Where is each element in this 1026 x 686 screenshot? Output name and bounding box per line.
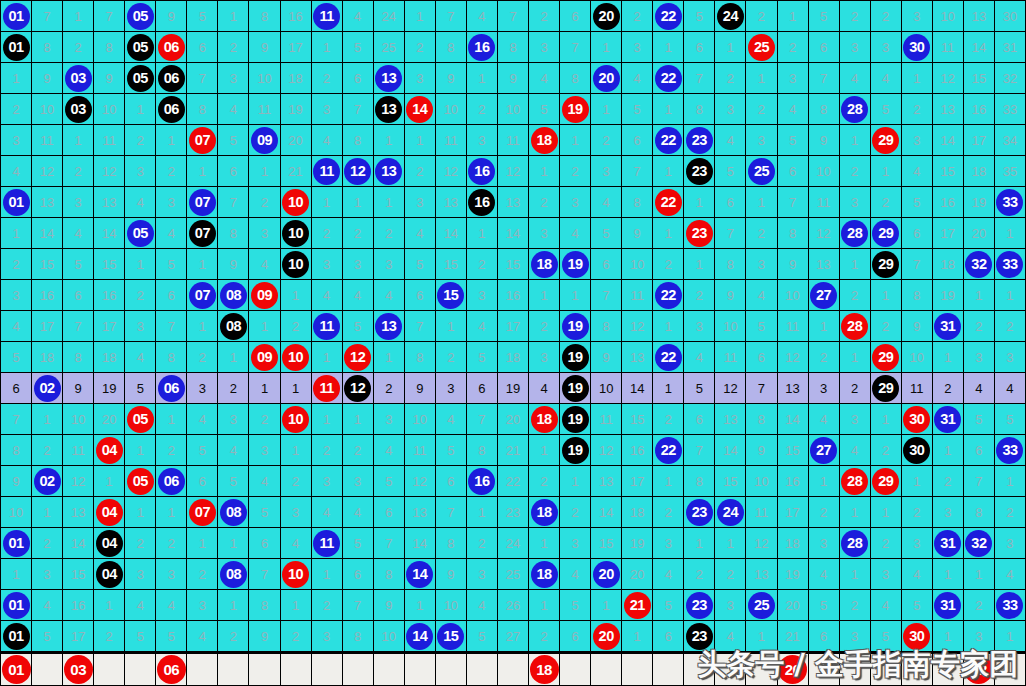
black-ball-24: 24 xyxy=(717,3,744,30)
cell-r14-c28: 3 xyxy=(840,404,871,435)
cell-r21-c12: 8 xyxy=(343,621,374,652)
blue-ball-28: 28 xyxy=(841,530,868,557)
red-ball-04: 04 xyxy=(96,437,123,464)
red-ball-19: 19 xyxy=(562,96,589,123)
cell-r8-c1: 1 xyxy=(1,218,32,249)
prediction-cell-c22 xyxy=(653,654,684,686)
blue-ball-18: 18 xyxy=(531,251,558,278)
cell-r12-c10: 10 xyxy=(281,342,312,373)
cell-r3-c12: 6 xyxy=(343,63,374,94)
prediction-cell-c4 xyxy=(94,654,125,686)
cell-r19-c17: 25 xyxy=(498,559,529,590)
cell-r14-c16: 7 xyxy=(467,404,498,435)
cell-r13-c25: 7 xyxy=(746,373,777,404)
cell-r17-c7: 07 xyxy=(187,497,218,528)
cell-r11-c11: 11 xyxy=(312,311,343,342)
draw-row-6: 4122123216121111213212161212371235256102… xyxy=(1,156,1026,187)
red-ball-28: 28 xyxy=(841,313,868,340)
cell-r8-c3: 4 xyxy=(63,218,94,249)
blue-ball-33: 33 xyxy=(996,189,1023,216)
cell-r12-c28: 1 xyxy=(840,342,871,373)
red-ball-12: 12 xyxy=(344,344,371,371)
cell-r19-c31: 1 xyxy=(933,559,964,590)
black-ball-06: 06 xyxy=(158,96,185,123)
cell-r2-c21: 3 xyxy=(622,32,653,63)
cell-r5-c31: 14 xyxy=(933,125,964,156)
cell-r20-c23: 23 xyxy=(684,590,715,621)
cell-r7-c11: 1 xyxy=(312,187,343,218)
cell-r15-c27: 27 xyxy=(809,435,840,466)
blue-ball-15: 15 xyxy=(437,623,464,650)
blue-ball-20: 20 xyxy=(593,561,620,588)
cell-r6-c24: 5 xyxy=(715,156,746,187)
cell-r10-c33: 1 xyxy=(995,280,1026,311)
cell-r18-c31: 31 xyxy=(933,528,964,559)
cell-r12-c30: 10 xyxy=(902,342,933,373)
cell-r1-c25: 2 xyxy=(746,1,777,32)
cell-r13-c11: 11 xyxy=(312,373,343,404)
cell-r1-c1: 01 xyxy=(1,1,32,32)
cell-r13-c10: 1 xyxy=(281,373,312,404)
cell-r1-c6: 9 xyxy=(156,1,187,32)
draw-row-4: 2100310106841119371314102105191518324828… xyxy=(1,94,1026,125)
cell-r12-c14: 8 xyxy=(405,342,436,373)
cell-r17-c4: 04 xyxy=(94,497,125,528)
cell-r12-c2: 18 xyxy=(32,342,63,373)
black-ball-19: 19 xyxy=(562,437,589,464)
cell-r10-c15: 15 xyxy=(436,280,467,311)
blue-ball-01: 01 xyxy=(3,189,30,216)
red-ball-25: 25 xyxy=(748,34,775,61)
cell-r17-c32: 8 xyxy=(964,497,995,528)
cell-r6-c30: 4 xyxy=(902,156,933,187)
cell-r19-c21: 20 xyxy=(622,559,653,590)
cell-r4-c19: 19 xyxy=(560,94,591,125)
cell-r2-c23: 6 xyxy=(684,32,715,63)
cell-r16-c3: 12 xyxy=(63,466,94,497)
cell-r18-c6: 2 xyxy=(156,528,187,559)
cell-r12-c24: 11 xyxy=(715,342,746,373)
cell-r15-c26: 15 xyxy=(778,435,809,466)
cell-r10-c3: 6 xyxy=(63,280,94,311)
cell-r18-c2: 2 xyxy=(32,528,63,559)
cell-r3-c29: 4 xyxy=(871,63,902,94)
cell-r18-c15: 8 xyxy=(436,528,467,559)
blue-ball-23: 23 xyxy=(686,127,713,154)
draw-row-20: 0141614431812791104261512152332520524531… xyxy=(1,590,1026,621)
cell-r7-c33: 33 xyxy=(995,187,1026,218)
cell-r18-c4: 04 xyxy=(94,528,125,559)
cell-r7-c9: 2 xyxy=(249,187,280,218)
cell-r12-c19: 19 xyxy=(560,342,591,373)
cell-r3-c23: 7 xyxy=(684,63,715,94)
lottery-trend-chart: 0171705951816114241747262022252421522310… xyxy=(0,0,1026,686)
cell-r11-c12: 5 xyxy=(343,311,374,342)
cell-r9-c22: 2 xyxy=(653,249,684,280)
cell-r17-c9: 5 xyxy=(249,497,280,528)
cell-r15-c7: 5 xyxy=(187,435,218,466)
prediction-cell-c1: 01 xyxy=(1,654,32,686)
cell-r7-c16: 16 xyxy=(467,187,498,218)
cell-r10-c9: 09 xyxy=(249,280,280,311)
cell-r10-c31: 19 xyxy=(933,280,964,311)
cell-r13-c19: 19 xyxy=(560,373,591,404)
cell-r12-c25: 6 xyxy=(746,342,777,373)
cell-r12-c16: 5 xyxy=(467,342,498,373)
cell-r2-c19: 7 xyxy=(560,32,591,63)
cell-r20-c29: 4 xyxy=(871,590,902,621)
cell-r5-c7: 07 xyxy=(187,125,218,156)
red-ball-06: 06 xyxy=(157,655,186,684)
cell-r6-c17: 12 xyxy=(498,156,529,187)
cell-r14-c7: 4 xyxy=(187,404,218,435)
cell-r1-c5: 05 xyxy=(125,1,156,32)
blue-ball-16: 16 xyxy=(468,34,495,61)
cell-r21-c5: 5 xyxy=(125,621,156,652)
draw-row-7: 0113313430772101113131613234822161711325… xyxy=(1,187,1026,218)
cell-r21-c6: 5 xyxy=(156,621,187,652)
cell-r5-c11: 4 xyxy=(312,125,343,156)
cell-r21-c2: 5 xyxy=(32,621,63,652)
cell-r5-c25: 3 xyxy=(746,125,777,156)
cell-r1-c17: 7 xyxy=(498,1,529,32)
cell-r21-c1: 01 xyxy=(1,621,32,652)
cell-r19-c12: 6 xyxy=(343,559,374,590)
cell-r9-c1: 2 xyxy=(1,249,32,280)
black-ball-04: 04 xyxy=(96,561,123,588)
blue-ball-18: 18 xyxy=(531,561,558,588)
blue-ball-31: 31 xyxy=(934,530,961,557)
cell-r9-c4: 15 xyxy=(94,249,125,280)
cell-r16-c19: 1 xyxy=(560,466,591,497)
cell-r7-c4: 13 xyxy=(94,187,125,218)
cell-r2-c24: 1 xyxy=(715,32,746,63)
cell-r4-c16: 2 xyxy=(467,94,498,125)
cell-r1-c27: 5 xyxy=(809,1,840,32)
cell-r8-c31: 17 xyxy=(933,218,964,249)
cell-r12-c13: 1 xyxy=(374,342,405,373)
cell-r13-c13: 2 xyxy=(374,373,405,404)
cell-r2-c33: 31 xyxy=(995,32,1026,63)
cell-r3-c5: 05 xyxy=(125,63,156,94)
cell-r12-c9: 09 xyxy=(249,342,280,373)
red-ball-21: 21 xyxy=(624,592,651,619)
cell-r10-c30: 8 xyxy=(902,280,933,311)
cell-r11-c19: 19 xyxy=(560,311,591,342)
cell-r10-c21: 11 xyxy=(622,280,653,311)
cell-r15-c23: 7 xyxy=(684,435,715,466)
cell-r9-c18: 18 xyxy=(529,249,560,280)
prediction-cell-c9 xyxy=(249,654,280,686)
black-ball-12: 12 xyxy=(344,375,371,402)
cell-r19-c4: 04 xyxy=(94,559,125,590)
blue-ball-32: 32 xyxy=(965,251,992,278)
cell-r9-c14: 5 xyxy=(405,249,436,280)
blue-ball-23: 23 xyxy=(686,499,713,526)
cell-r11-c28: 28 xyxy=(840,311,871,342)
cell-r4-c26: 4 xyxy=(778,94,809,125)
prediction-cell-c17 xyxy=(498,654,529,686)
cell-r21-c19: 6 xyxy=(560,621,591,652)
cell-r19-c5: 3 xyxy=(125,559,156,590)
cell-r14-c30: 30 xyxy=(902,404,933,435)
cell-r8-c24: 7 xyxy=(715,218,746,249)
cell-r4-c2: 10 xyxy=(32,94,63,125)
cell-r1-c28: 2 xyxy=(840,1,871,32)
red-ball-10: 10 xyxy=(282,189,309,216)
cell-r20-c5: 4 xyxy=(125,590,156,621)
cell-r13-c16: 6 xyxy=(467,373,498,404)
cell-r11-c20: 8 xyxy=(591,311,622,342)
cell-r10-c6: 6 xyxy=(156,280,187,311)
draw-row-11: 4177173710812115137141721981213105111282… xyxy=(1,311,1026,342)
cell-r14-c26: 14 xyxy=(778,404,809,435)
cell-r19-c14: 14 xyxy=(405,559,436,590)
cell-r4-c9: 11 xyxy=(249,94,280,125)
cell-r15-c18: 1 xyxy=(529,435,560,466)
cell-r20-c20: 1 xyxy=(591,590,622,621)
cell-r11-c24: 10 xyxy=(715,311,746,342)
cell-r8-c27: 12 xyxy=(809,218,840,249)
cell-r17-c27: 2 xyxy=(809,497,840,528)
cell-r6-c27: 10 xyxy=(809,156,840,187)
prediction-cell-c21 xyxy=(622,654,653,686)
cell-r12-c31: 1 xyxy=(933,342,964,373)
blue-ball-28: 28 xyxy=(841,220,868,247)
cell-r14-c25: 8 xyxy=(746,404,777,435)
cell-r15-c12: 2 xyxy=(343,435,374,466)
cell-r12-c23: 4 xyxy=(684,342,715,373)
cell-r2-c14: 2 xyxy=(405,32,436,63)
black-ball-10: 10 xyxy=(282,251,309,278)
cell-r20-c32: 2 xyxy=(964,590,995,621)
cell-r14-c12: 1 xyxy=(343,404,374,435)
cell-r16-c12: 3 xyxy=(343,466,374,497)
blue-ball-01: 01 xyxy=(3,592,30,619)
cell-r1-c3: 1 xyxy=(63,1,94,32)
cell-r14-c8: 3 xyxy=(218,404,249,435)
cell-r13-c28: 2 xyxy=(840,373,871,404)
cell-r18-c29: 2 xyxy=(871,528,902,559)
red-ball-14: 14 xyxy=(406,96,433,123)
cell-r20-c7: 3 xyxy=(187,590,218,621)
cell-r16-c9: 4 xyxy=(249,466,280,497)
cell-r3-c7: 7 xyxy=(187,63,218,94)
cell-r5-c8: 5 xyxy=(218,125,249,156)
cell-r1-c19: 6 xyxy=(560,1,591,32)
cell-r8-c29: 29 xyxy=(871,218,902,249)
cell-r12-c12: 12 xyxy=(343,342,374,373)
draw-row-14: 7110200514321011310472018191115261381443… xyxy=(1,404,1026,435)
cell-r3-c27: 7 xyxy=(809,63,840,94)
cell-r7-c1: 01 xyxy=(1,187,32,218)
cell-r4-c17: 10 xyxy=(498,94,529,125)
cell-r4-c6: 06 xyxy=(156,94,187,125)
watermark: 头条号 / 金手指南专家团 xyxy=(697,645,1018,685)
cell-r3-c18: 4 xyxy=(529,63,560,94)
cell-r21-c17: 27 xyxy=(498,621,529,652)
cell-r1-c33: 30 xyxy=(995,1,1026,32)
cell-r17-c10: 3 xyxy=(281,497,312,528)
cell-r4-c15: 10 xyxy=(436,94,467,125)
cell-r20-c4: 1 xyxy=(94,590,125,621)
cell-r17-c16: 1 xyxy=(467,497,498,528)
cell-r9-c9: 4 xyxy=(249,249,280,280)
cell-r8-c28: 28 xyxy=(840,218,871,249)
blue-ball-33: 33 xyxy=(996,251,1023,278)
cell-r5-c9: 09 xyxy=(249,125,280,156)
blue-ball-25: 25 xyxy=(748,592,775,619)
cell-r16-c33: 1 xyxy=(995,466,1026,497)
cell-r15-c32: 6 xyxy=(964,435,995,466)
cell-r11-c27: 1 xyxy=(809,311,840,342)
cell-r12-c15: 2 xyxy=(436,342,467,373)
cell-r13-c29: 29 xyxy=(871,373,902,404)
cell-r10-c23: 2 xyxy=(684,280,715,311)
cell-r4-c22: 1 xyxy=(653,94,684,125)
cell-r18-c5: 2 xyxy=(125,528,156,559)
cell-r9-c26: 9 xyxy=(778,249,809,280)
cell-r3-c11: 2 xyxy=(312,63,343,94)
cell-r21-c13: 10 xyxy=(374,621,405,652)
red-ball-07: 07 xyxy=(189,127,216,154)
blue-ball-32: 32 xyxy=(965,530,992,557)
cell-r16-c6: 06 xyxy=(156,466,187,497)
cell-r21-c16: 5 xyxy=(467,621,498,652)
cell-r16-c13: 5 xyxy=(374,466,405,497)
cell-r12-c17: 18 xyxy=(498,342,529,373)
cell-r2-c9: 9 xyxy=(249,32,280,63)
prediction-cell-c8 xyxy=(218,654,249,686)
cell-r8-c15: 14 xyxy=(436,218,467,249)
cell-r11-c14: 7 xyxy=(405,311,436,342)
cell-r19-c16: 3 xyxy=(467,559,498,590)
cell-r20-c28: 2 xyxy=(840,590,871,621)
cell-r8-c4: 14 xyxy=(94,218,125,249)
cell-r17-c2: 1 xyxy=(32,497,63,528)
cell-r20-c13: 9 xyxy=(374,590,405,621)
cell-r20-c25: 25 xyxy=(746,590,777,621)
cell-r10-c24: 9 xyxy=(715,280,746,311)
cell-r7-c8: 7 xyxy=(218,187,249,218)
cell-r6-c2: 12 xyxy=(32,156,63,187)
cell-r3-c24: 2 xyxy=(715,63,746,94)
cell-r19-c30: 4 xyxy=(902,559,933,590)
cell-r7-c7: 07 xyxy=(187,187,218,218)
red-ball-07: 07 xyxy=(189,499,216,526)
cell-r3-c30: 1 xyxy=(902,63,933,94)
cell-r21-c21: 1 xyxy=(622,621,653,652)
cell-r11-c15: 1 xyxy=(436,311,467,342)
cell-r7-c17: 13 xyxy=(498,187,529,218)
cell-r20-c26: 20 xyxy=(778,590,809,621)
cell-r11-c6: 7 xyxy=(156,311,187,342)
blue-ball-08: 08 xyxy=(220,561,247,588)
cell-r9-c2: 15 xyxy=(32,249,63,280)
cell-r17-c11: 4 xyxy=(312,497,343,528)
cell-r18-c25: 12 xyxy=(746,528,777,559)
cell-r17-c3: 13 xyxy=(63,497,94,528)
black-ball-29: 29 xyxy=(872,375,899,402)
cell-r5-c19: 1 xyxy=(560,125,591,156)
cell-r13-c17: 19 xyxy=(498,373,529,404)
cell-r18-c11: 11 xyxy=(312,528,343,559)
cell-r12-c18: 3 xyxy=(529,342,560,373)
cell-r12-c6: 8 xyxy=(156,342,187,373)
draw-row-19: 1315043320871016814932518420204221319413… xyxy=(1,559,1026,590)
cell-r4-c28: 28 xyxy=(840,94,871,125)
cell-r15-c4: 04 xyxy=(94,435,125,466)
cell-r16-c28: 28 xyxy=(840,466,871,497)
cell-r10-c4: 16 xyxy=(94,280,125,311)
cell-r13-c14: 9 xyxy=(405,373,436,404)
cell-r9-c5: 1 xyxy=(125,249,156,280)
cell-r9-c15: 15 xyxy=(436,249,467,280)
cell-r18-c1: 01 xyxy=(1,528,32,559)
cell-r4-c7: 8 xyxy=(187,94,218,125)
cell-r18-c30: 3 xyxy=(902,528,933,559)
cell-r13-c8: 2 xyxy=(218,373,249,404)
cell-r19-c19: 4 xyxy=(560,559,591,590)
cell-r11-c9: 1 xyxy=(249,311,280,342)
red-ball-22: 22 xyxy=(655,189,682,216)
cell-r15-c29: 2 xyxy=(871,435,902,466)
cell-r14-c9: 2 xyxy=(249,404,280,435)
cell-r20-c3: 16 xyxy=(63,590,94,621)
cell-r18-c22: 3 xyxy=(653,528,684,559)
cell-r14-c13: 3 xyxy=(374,404,405,435)
cell-r5-c33: 34 xyxy=(995,125,1026,156)
cell-r1-c4: 7 xyxy=(94,1,125,32)
cell-r13-c20: 10 xyxy=(591,373,622,404)
cell-r20-c21: 21 xyxy=(622,590,653,621)
cell-r17-c22: 2 xyxy=(653,497,684,528)
cell-r3-c8: 3 xyxy=(218,63,249,94)
cell-r10-c20: 7 xyxy=(591,280,622,311)
cell-r14-c33: 5 xyxy=(995,404,1026,435)
cell-r20-c12: 7 xyxy=(343,590,374,621)
cell-r16-c21: 17 xyxy=(622,466,653,497)
cell-r1-c20: 20 xyxy=(591,1,622,32)
cell-r1-c8: 1 xyxy=(218,1,249,32)
red-ball-18: 18 xyxy=(531,406,558,433)
cell-r13-c1: 6 xyxy=(1,373,32,404)
cell-r13-c27: 3 xyxy=(809,373,840,404)
cell-r13-c18: 4 xyxy=(529,373,560,404)
cell-r11-c25: 5 xyxy=(746,311,777,342)
cell-r5-c2: 11 xyxy=(32,125,63,156)
cell-r14-c6: 1 xyxy=(156,404,187,435)
cell-r2-c12: 5 xyxy=(343,32,374,63)
cell-r8-c23: 23 xyxy=(684,218,715,249)
cell-r7-c6: 3 xyxy=(156,187,187,218)
cell-r6-c22: 1 xyxy=(653,156,684,187)
cell-r1-c15: 7 xyxy=(436,1,467,32)
cell-r11-c3: 7 xyxy=(63,311,94,342)
cell-r15-c20: 12 xyxy=(591,435,622,466)
cell-r18-c13: 7 xyxy=(374,528,405,559)
cell-r14-c22: 2 xyxy=(653,404,684,435)
cell-r4-c14: 14 xyxy=(405,94,436,125)
cell-r6-c6: 2 xyxy=(156,156,187,187)
cell-r7-c21: 8 xyxy=(622,187,653,218)
cell-r10-c13: 4 xyxy=(374,280,405,311)
draw-row-16: 9021210506654233512616222113171815101612… xyxy=(1,466,1026,497)
cell-r15-c25: 9 xyxy=(746,435,777,466)
cell-r19-c24: 2 xyxy=(715,559,746,590)
blue-ball-22: 22 xyxy=(655,437,682,464)
cell-r19-c9: 7 xyxy=(249,559,280,590)
